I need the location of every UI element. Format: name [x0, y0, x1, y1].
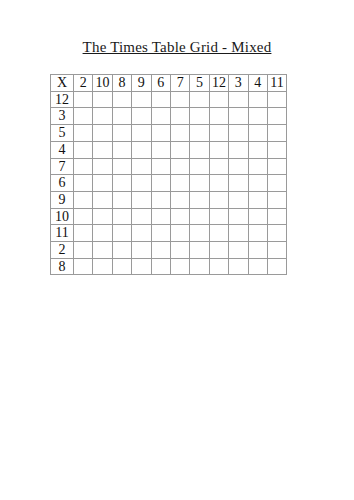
- answer-cell-5x4[interactable]: [248, 125, 267, 142]
- answer-cell-7x5[interactable]: [190, 158, 209, 175]
- grid-header-row: X21089675123411: [51, 75, 287, 92]
- answer-cell-9x3[interactable]: [229, 191, 248, 208]
- answer-cell-11x11[interactable]: [267, 225, 286, 242]
- answer-cell-6x10[interactable]: [93, 175, 112, 192]
- answer-cell-4x3[interactable]: [229, 141, 248, 158]
- answer-cell-8x4[interactable]: [248, 258, 267, 275]
- answer-cell-8x7[interactable]: [170, 258, 189, 275]
- column-header-2: 2: [74, 75, 93, 92]
- answer-cell-6x2[interactable]: [74, 175, 93, 192]
- answer-cell-3x2[interactable]: [74, 108, 93, 125]
- answer-cell-12x4[interactable]: [248, 91, 267, 108]
- answer-cell-12x3[interactable]: [229, 91, 248, 108]
- answer-cell-9x9[interactable]: [132, 191, 151, 208]
- answer-cell-10x4[interactable]: [248, 208, 267, 225]
- answer-cell-10x6[interactable]: [151, 208, 170, 225]
- grid-row-10: 10: [51, 208, 287, 225]
- answer-cell-8x6[interactable]: [151, 258, 170, 275]
- answer-cell-8x11[interactable]: [267, 258, 286, 275]
- answer-cell-12x12[interactable]: [209, 91, 228, 108]
- answer-cell-10x8[interactable]: [112, 208, 131, 225]
- times-table-grid-body: X2108967512341112354769101128: [51, 75, 287, 275]
- answer-cell-11x2[interactable]: [74, 225, 93, 242]
- answer-cell-6x6[interactable]: [151, 175, 170, 192]
- answer-cell-3x12[interactable]: [209, 108, 228, 125]
- answer-cell-11x7[interactable]: [170, 225, 189, 242]
- column-header-8: 8: [112, 75, 131, 92]
- answer-cell-8x5[interactable]: [190, 258, 209, 275]
- answer-cell-8x8[interactable]: [112, 258, 131, 275]
- row-header-7: 7: [51, 158, 74, 175]
- answer-cell-8x3[interactable]: [229, 258, 248, 275]
- page-title: The Times Table Grid - Mixed: [0, 39, 354, 56]
- answer-cell-4x12[interactable]: [209, 141, 228, 158]
- answer-cell-4x7[interactable]: [170, 141, 189, 158]
- answer-cell-3x8[interactable]: [112, 108, 131, 125]
- grid-row-11: 11: [51, 225, 287, 242]
- answer-cell-11x6[interactable]: [151, 225, 170, 242]
- answer-cell-3x10[interactable]: [93, 108, 112, 125]
- answer-cell-2x11[interactable]: [267, 242, 286, 259]
- answer-cell-2x12[interactable]: [209, 242, 228, 259]
- answer-cell-3x7[interactable]: [170, 108, 189, 125]
- grid-row-4: 4: [51, 141, 287, 158]
- answer-cell-2x9[interactable]: [132, 242, 151, 259]
- column-header-5: 5: [190, 75, 209, 92]
- answer-cell-2x5[interactable]: [190, 242, 209, 259]
- answer-cell-11x3[interactable]: [229, 225, 248, 242]
- row-header-9: 9: [51, 191, 74, 208]
- answer-cell-2x6[interactable]: [151, 242, 170, 259]
- answer-cell-7x3[interactable]: [229, 158, 248, 175]
- answer-cell-6x9[interactable]: [132, 175, 151, 192]
- answer-cell-5x11[interactable]: [267, 125, 286, 142]
- answer-cell-11x9[interactable]: [132, 225, 151, 242]
- answer-cell-11x12[interactable]: [209, 225, 228, 242]
- answer-cell-3x6[interactable]: [151, 108, 170, 125]
- answer-cell-11x8[interactable]: [112, 225, 131, 242]
- answer-cell-5x9[interactable]: [132, 125, 151, 142]
- column-header-6: 6: [151, 75, 170, 92]
- answer-cell-11x4[interactable]: [248, 225, 267, 242]
- answer-cell-10x12[interactable]: [209, 208, 228, 225]
- answer-cell-6x4[interactable]: [248, 175, 267, 192]
- grid-row-2: 2: [51, 242, 287, 259]
- answer-cell-9x5[interactable]: [190, 191, 209, 208]
- answer-cell-3x4[interactable]: [248, 108, 267, 125]
- grid-row-6: 6: [51, 175, 287, 192]
- answer-cell-7x12[interactable]: [209, 158, 228, 175]
- answer-cell-10x2[interactable]: [74, 208, 93, 225]
- answer-cell-4x9[interactable]: [132, 141, 151, 158]
- grid-row-12: 12: [51, 91, 287, 108]
- worksheet-page: The Times Table Grid - Mixed X2108967512…: [0, 0, 354, 500]
- answer-cell-7x2[interactable]: [74, 158, 93, 175]
- answer-cell-5x6[interactable]: [151, 125, 170, 142]
- answer-cell-10x3[interactable]: [229, 208, 248, 225]
- answer-cell-12x11[interactable]: [267, 91, 286, 108]
- row-header-8: 8: [51, 258, 74, 275]
- answer-cell-6x8[interactable]: [112, 175, 131, 192]
- answer-cell-5x2[interactable]: [74, 125, 93, 142]
- answer-cell-10x5[interactable]: [190, 208, 209, 225]
- answer-cell-12x6[interactable]: [151, 91, 170, 108]
- row-header-6: 6: [51, 175, 74, 192]
- grid-row-9: 9: [51, 191, 287, 208]
- answer-cell-6x11[interactable]: [267, 175, 286, 192]
- answer-cell-2x8[interactable]: [112, 242, 131, 259]
- answer-cell-3x3[interactable]: [229, 108, 248, 125]
- answer-cell-6x3[interactable]: [229, 175, 248, 192]
- answer-cell-4x10[interactable]: [93, 141, 112, 158]
- answer-cell-4x11[interactable]: [267, 141, 286, 158]
- answer-cell-5x8[interactable]: [112, 125, 131, 142]
- grid-row-3: 3: [51, 108, 287, 125]
- row-header-11: 11: [51, 225, 74, 242]
- answer-cell-2x10[interactable]: [93, 242, 112, 259]
- answer-cell-6x12[interactable]: [209, 175, 228, 192]
- column-header-3: 3: [229, 75, 248, 92]
- answer-cell-2x4[interactable]: [248, 242, 267, 259]
- answer-cell-9x4[interactable]: [248, 191, 267, 208]
- answer-cell-5x10[interactable]: [93, 125, 112, 142]
- answer-cell-9x6[interactable]: [151, 191, 170, 208]
- answer-cell-8x12[interactable]: [209, 258, 228, 275]
- column-header-9: 9: [132, 75, 151, 92]
- answer-cell-2x3[interactable]: [229, 242, 248, 259]
- answer-cell-7x4[interactable]: [248, 158, 267, 175]
- answer-cell-7x10[interactable]: [93, 158, 112, 175]
- row-header-10: 10: [51, 208, 74, 225]
- answer-cell-7x6[interactable]: [151, 158, 170, 175]
- answer-cell-7x7[interactable]: [170, 158, 189, 175]
- answer-cell-12x2[interactable]: [74, 91, 93, 108]
- answer-cell-10x7[interactable]: [170, 208, 189, 225]
- answer-cell-4x4[interactable]: [248, 141, 267, 158]
- row-header-2: 2: [51, 242, 74, 259]
- answer-cell-10x10[interactable]: [93, 208, 112, 225]
- answer-cell-7x8[interactable]: [112, 158, 131, 175]
- grid-row-7: 7: [51, 158, 287, 175]
- grid-corner-x: X: [51, 75, 74, 92]
- answer-cell-3x9[interactable]: [132, 108, 151, 125]
- answer-cell-2x7[interactable]: [170, 242, 189, 259]
- column-header-4: 4: [248, 75, 267, 92]
- answer-cell-12x8[interactable]: [112, 91, 131, 108]
- answer-cell-5x12[interactable]: [209, 125, 228, 142]
- answer-cell-9x10[interactable]: [93, 191, 112, 208]
- column-header-11: 11: [267, 75, 286, 92]
- answer-cell-6x5[interactable]: [190, 175, 209, 192]
- grid-row-8: 8: [51, 258, 287, 275]
- answer-cell-2x2[interactable]: [74, 242, 93, 259]
- grid-row-5: 5: [51, 125, 287, 142]
- answer-cell-9x11[interactable]: [267, 191, 286, 208]
- answer-cell-4x2[interactable]: [74, 141, 93, 158]
- answer-cell-4x6[interactable]: [151, 141, 170, 158]
- answer-cell-8x2[interactable]: [74, 258, 93, 275]
- answer-cell-11x10[interactable]: [93, 225, 112, 242]
- answer-cell-12x10[interactable]: [93, 91, 112, 108]
- answer-cell-10x9[interactable]: [132, 208, 151, 225]
- answer-cell-12x5[interactable]: [190, 91, 209, 108]
- answer-cell-4x5[interactable]: [190, 141, 209, 158]
- answer-cell-12x9[interactable]: [132, 91, 151, 108]
- answer-cell-8x9[interactable]: [132, 258, 151, 275]
- answer-cell-9x7[interactable]: [170, 191, 189, 208]
- row-header-5: 5: [51, 125, 74, 142]
- answer-cell-5x3[interactable]: [229, 125, 248, 142]
- row-header-4: 4: [51, 141, 74, 158]
- answer-cell-3x5[interactable]: [190, 108, 209, 125]
- answer-cell-5x5[interactable]: [190, 125, 209, 142]
- answer-cell-9x2[interactable]: [74, 191, 93, 208]
- times-table-grid: X2108967512341112354769101128: [50, 74, 287, 275]
- answer-cell-4x8[interactable]: [112, 141, 131, 158]
- answer-cell-7x9[interactable]: [132, 158, 151, 175]
- row-header-12: 12: [51, 91, 74, 108]
- answer-cell-8x10[interactable]: [93, 258, 112, 275]
- column-header-7: 7: [170, 75, 189, 92]
- answer-cell-10x11[interactable]: [267, 208, 286, 225]
- answer-cell-9x8[interactable]: [112, 191, 131, 208]
- answer-cell-12x7[interactable]: [170, 91, 189, 108]
- answer-cell-3x11[interactable]: [267, 108, 286, 125]
- row-header-3: 3: [51, 108, 74, 125]
- answer-cell-7x11[interactable]: [267, 158, 286, 175]
- column-header-10: 10: [93, 75, 112, 92]
- answer-cell-11x5[interactable]: [190, 225, 209, 242]
- answer-cell-6x7[interactable]: [170, 175, 189, 192]
- column-header-12: 12: [209, 75, 228, 92]
- answer-cell-5x7[interactable]: [170, 125, 189, 142]
- answer-cell-9x12[interactable]: [209, 191, 228, 208]
